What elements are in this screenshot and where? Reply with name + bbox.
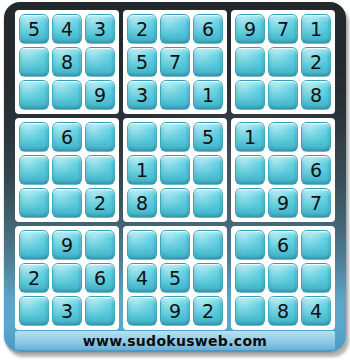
cell-r6c6[interactable] — [193, 188, 223, 218]
cell-r7c2: 9 — [52, 230, 82, 260]
cell-r4c8[interactable] — [268, 122, 298, 152]
box-1-3: 97128 — [231, 10, 335, 114]
cell-r9c8: 8 — [268, 296, 298, 326]
cell-r2c3[interactable] — [85, 47, 115, 77]
cell-r9c7[interactable] — [235, 296, 265, 326]
cell-r4c2: 6 — [52, 122, 82, 152]
cell-r9c1[interactable] — [19, 296, 49, 326]
cell-r5c8[interactable] — [268, 155, 298, 185]
cell-r3c8[interactable] — [268, 80, 298, 110]
cell-r6c2[interactable] — [52, 188, 82, 218]
cell-r1c2: 4 — [52, 14, 82, 44]
cell-r3c6: 1 — [193, 80, 223, 110]
cell-r4c4[interactable] — [127, 122, 157, 152]
cell-r2c7[interactable] — [235, 47, 265, 77]
cell-r7c5[interactable] — [160, 230, 190, 260]
sudoku-board-frame: 543892657319712862518169792634592684 www… — [4, 2, 346, 352]
cell-r2c4: 5 — [127, 47, 157, 77]
cell-r8c1: 2 — [19, 263, 49, 293]
cell-r8c8[interactable] — [268, 263, 298, 293]
cell-r7c8: 6 — [268, 230, 298, 260]
box-2-3: 1697 — [231, 118, 335, 222]
cell-r1c8: 7 — [268, 14, 298, 44]
cell-r6c4: 8 — [127, 188, 157, 218]
cell-r4c9[interactable] — [301, 122, 331, 152]
cell-r3c2[interactable] — [52, 80, 82, 110]
cell-r9c3[interactable] — [85, 296, 115, 326]
cell-r5c6[interactable] — [193, 155, 223, 185]
cell-r2c2: 8 — [52, 47, 82, 77]
cell-r2c8[interactable] — [268, 47, 298, 77]
cell-r1c6: 6 — [193, 14, 223, 44]
cell-r3c5[interactable] — [160, 80, 190, 110]
cell-r1c3: 3 — [85, 14, 115, 44]
cell-r6c9: 7 — [301, 188, 331, 218]
cell-r9c9: 4 — [301, 296, 331, 326]
cell-r2c5: 7 — [160, 47, 190, 77]
cell-r4c6: 5 — [193, 122, 223, 152]
cell-r3c4: 3 — [127, 80, 157, 110]
cell-r7c3[interactable] — [85, 230, 115, 260]
cell-r9c5: 9 — [160, 296, 190, 326]
cell-r2c1[interactable] — [19, 47, 49, 77]
cell-r8c6[interactable] — [193, 263, 223, 293]
cell-r4c5[interactable] — [160, 122, 190, 152]
cell-r6c1[interactable] — [19, 188, 49, 218]
box-1-2: 265731 — [123, 10, 227, 114]
cell-r8c2[interactable] — [52, 263, 82, 293]
cell-r4c7: 1 — [235, 122, 265, 152]
cell-r5c9: 6 — [301, 155, 331, 185]
cell-r6c7[interactable] — [235, 188, 265, 218]
cell-r5c2[interactable] — [52, 155, 82, 185]
box-3-3: 684 — [231, 226, 335, 330]
cell-r7c6[interactable] — [193, 230, 223, 260]
cell-r7c9[interactable] — [301, 230, 331, 260]
cell-r1c7: 9 — [235, 14, 265, 44]
cell-r1c5[interactable] — [160, 14, 190, 44]
cell-r3c1[interactable] — [19, 80, 49, 110]
box-1-1: 54389 — [15, 10, 119, 114]
cell-r7c7[interactable] — [235, 230, 265, 260]
cell-r9c4[interactable] — [127, 296, 157, 326]
box-2-1: 62 — [15, 118, 119, 222]
cell-r1c1: 5 — [19, 14, 49, 44]
sudoku-grid: 543892657319712862518169792634592684 — [15, 10, 335, 330]
cell-r4c1[interactable] — [19, 122, 49, 152]
cell-r6c5[interactable] — [160, 188, 190, 218]
cell-r7c1[interactable] — [19, 230, 49, 260]
cell-r3c9: 8 — [301, 80, 331, 110]
cell-r9c2: 3 — [52, 296, 82, 326]
cell-r5c4: 1 — [127, 155, 157, 185]
cell-r8c5: 5 — [160, 263, 190, 293]
box-3-1: 9263 — [15, 226, 119, 330]
box-2-2: 518 — [123, 118, 227, 222]
cell-r8c9[interactable] — [301, 263, 331, 293]
cell-r3c7[interactable] — [235, 80, 265, 110]
cell-r5c1[interactable] — [19, 155, 49, 185]
cell-r9c6: 2 — [193, 296, 223, 326]
cell-r1c4: 2 — [127, 14, 157, 44]
cell-r2c6[interactable] — [193, 47, 223, 77]
cell-r1c9: 1 — [301, 14, 331, 44]
cell-r5c7[interactable] — [235, 155, 265, 185]
cell-r8c3: 6 — [85, 263, 115, 293]
box-3-2: 4592 — [123, 226, 227, 330]
cell-r7c4[interactable] — [127, 230, 157, 260]
cell-r6c3: 2 — [85, 188, 115, 218]
cell-r5c5[interactable] — [160, 155, 190, 185]
footer-url[interactable]: www.sudokusweb.com — [15, 331, 335, 350]
cell-r2c9: 2 — [301, 47, 331, 77]
cell-r4c3[interactable] — [85, 122, 115, 152]
cell-r8c4: 4 — [127, 263, 157, 293]
cell-r8c7[interactable] — [235, 263, 265, 293]
cell-r5c3[interactable] — [85, 155, 115, 185]
cell-r6c8: 9 — [268, 188, 298, 218]
cell-r3c3: 9 — [85, 80, 115, 110]
